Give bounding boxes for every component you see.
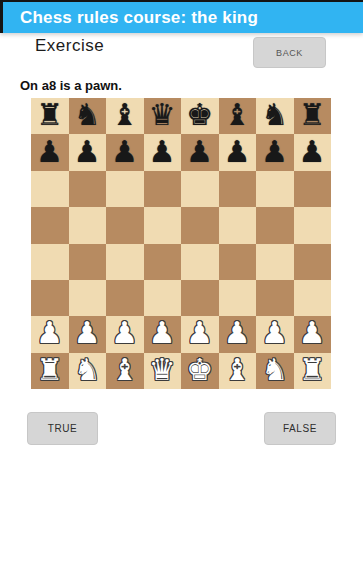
square-f4 <box>219 244 257 280</box>
square-b1: ♞ <box>69 353 107 389</box>
white-bishop-piece: ♝ <box>224 355 251 385</box>
square-b2: ♟ <box>69 316 107 352</box>
square-e6 <box>181 171 219 207</box>
black-pawn-piece: ♟ <box>186 137 213 167</box>
square-g8: ♞ <box>256 98 294 134</box>
white-pawn-piece: ♟ <box>224 318 251 348</box>
square-f2: ♟ <box>219 316 257 352</box>
black-bishop-piece: ♝ <box>111 100 138 130</box>
square-e8: ♚ <box>181 98 219 134</box>
square-c5 <box>106 207 144 243</box>
black-pawn-piece: ♟ <box>36 137 63 167</box>
app-screen: Chess rules course: the king Exercise BA… <box>0 0 363 581</box>
square-f8: ♝ <box>219 98 257 134</box>
square-b8: ♞ <box>69 98 107 134</box>
square-a3 <box>31 280 69 316</box>
square-e2: ♟ <box>181 316 219 352</box>
square-b4 <box>69 244 107 280</box>
square-h2: ♟ <box>294 316 332 352</box>
square-a1: ♜ <box>31 353 69 389</box>
square-d5 <box>144 207 182 243</box>
white-bishop-piece: ♝ <box>111 355 138 385</box>
square-e1: ♚ <box>181 353 219 389</box>
back-button[interactable]: BACK <box>253 37 326 68</box>
black-rook-piece: ♜ <box>299 100 326 130</box>
true-button[interactable]: TRUE <box>27 412 98 445</box>
square-f7: ♟ <box>219 134 257 170</box>
square-h6 <box>294 171 332 207</box>
square-f6 <box>219 171 257 207</box>
square-e4 <box>181 244 219 280</box>
square-a2: ♟ <box>31 316 69 352</box>
black-pawn-piece: ♟ <box>111 137 138 167</box>
black-queen-piece: ♛ <box>149 100 176 130</box>
black-pawn-piece: ♟ <box>224 137 251 167</box>
white-pawn-piece: ♟ <box>299 318 326 348</box>
black-king-piece: ♚ <box>186 100 213 130</box>
square-g2: ♟ <box>256 316 294 352</box>
square-c1: ♝ <box>106 353 144 389</box>
exercise-label: Exercise <box>35 36 104 56</box>
square-d8: ♛ <box>144 98 182 134</box>
square-c2: ♟ <box>106 316 144 352</box>
black-knight-piece: ♞ <box>74 100 101 130</box>
square-c4 <box>106 244 144 280</box>
square-g4 <box>256 244 294 280</box>
square-h1: ♜ <box>294 353 332 389</box>
square-a5 <box>31 207 69 243</box>
square-d4 <box>144 244 182 280</box>
white-pawn-piece: ♟ <box>111 318 138 348</box>
square-b6 <box>69 171 107 207</box>
white-pawn-piece: ♟ <box>74 318 101 348</box>
black-pawn-piece: ♟ <box>74 137 101 167</box>
black-rook-piece: ♜ <box>36 100 63 130</box>
square-f5 <box>219 207 257 243</box>
square-g6 <box>256 171 294 207</box>
square-a6 <box>31 171 69 207</box>
square-g5 <box>256 207 294 243</box>
white-rook-piece: ♜ <box>299 355 326 385</box>
square-c8: ♝ <box>106 98 144 134</box>
square-h5 <box>294 207 332 243</box>
white-queen-piece: ♛ <box>149 355 176 385</box>
black-knight-piece: ♞ <box>261 100 288 130</box>
square-a8: ♜ <box>31 98 69 134</box>
false-button[interactable]: FALSE <box>264 412 336 445</box>
square-d6 <box>144 171 182 207</box>
square-a7: ♟ <box>31 134 69 170</box>
square-g7: ♟ <box>256 134 294 170</box>
white-knight-piece: ♞ <box>261 355 288 385</box>
question-text: On a8 is a pawn. <box>20 78 122 93</box>
black-bishop-piece: ♝ <box>224 100 251 130</box>
app-title-bar: Chess rules course: the king <box>0 0 363 33</box>
square-h4 <box>294 244 332 280</box>
white-king-piece: ♚ <box>186 355 213 385</box>
white-pawn-piece: ♟ <box>36 318 63 348</box>
white-pawn-piece: ♟ <box>149 318 176 348</box>
square-e3 <box>181 280 219 316</box>
chess-board: ♜♞♝♛♚♝♞♜♟♟♟♟♟♟♟♟♟♟♟♟♟♟♟♟♜♞♝♛♚♝♞♜ <box>31 98 331 389</box>
white-rook-piece: ♜ <box>36 355 63 385</box>
square-h7: ♟ <box>294 134 332 170</box>
square-f1: ♝ <box>219 353 257 389</box>
square-d7: ♟ <box>144 134 182 170</box>
square-e5 <box>181 207 219 243</box>
square-g1: ♞ <box>256 353 294 389</box>
square-f3 <box>219 280 257 316</box>
black-pawn-piece: ♟ <box>299 137 326 167</box>
page-title: Chess rules course: the king <box>20 8 258 28</box>
white-pawn-piece: ♟ <box>261 318 288 348</box>
square-g3 <box>256 280 294 316</box>
square-b7: ♟ <box>69 134 107 170</box>
square-c6 <box>106 171 144 207</box>
square-h8: ♜ <box>294 98 332 134</box>
square-c3 <box>106 280 144 316</box>
white-pawn-piece: ♟ <box>186 318 213 348</box>
square-e7: ♟ <box>181 134 219 170</box>
square-b5 <box>69 207 107 243</box>
square-d1: ♛ <box>144 353 182 389</box>
square-h3 <box>294 280 332 316</box>
square-c7: ♟ <box>106 134 144 170</box>
black-pawn-piece: ♟ <box>261 137 288 167</box>
square-d2: ♟ <box>144 316 182 352</box>
black-pawn-piece: ♟ <box>149 137 176 167</box>
white-knight-piece: ♞ <box>74 355 101 385</box>
square-b3 <box>69 280 107 316</box>
square-d3 <box>144 280 182 316</box>
square-a4 <box>31 244 69 280</box>
